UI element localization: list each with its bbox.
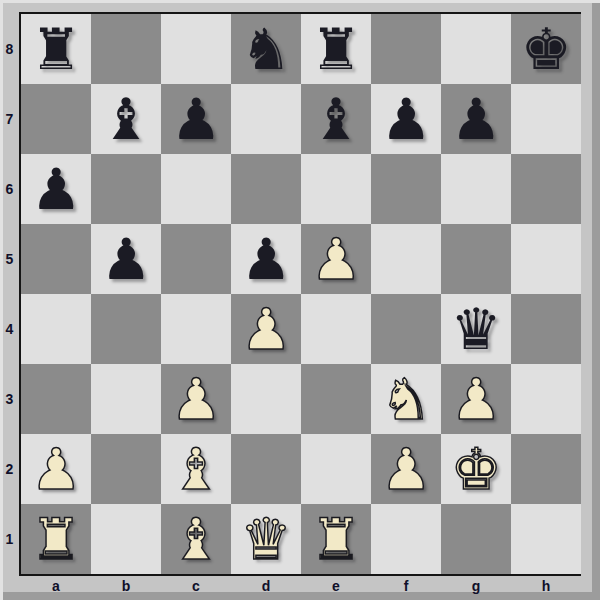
square-d6[interactable] (231, 154, 301, 224)
white-pawn[interactable]: ♟ (240, 294, 291, 364)
square-d3[interactable] (231, 364, 301, 434)
rank-label-6: 6 (0, 154, 19, 224)
square-g7[interactable]: ♟ (441, 84, 511, 154)
square-d7[interactable] (231, 84, 301, 154)
square-b2[interactable] (91, 434, 161, 504)
square-b8[interactable] (91, 14, 161, 84)
black-pawn[interactable]: ♟ (100, 224, 151, 294)
file-label-b: b (91, 576, 161, 596)
file-label-a: a (21, 576, 91, 596)
square-a3[interactable] (21, 364, 91, 434)
square-h3[interactable] (511, 364, 581, 434)
square-d8[interactable]: ♞ (231, 14, 301, 84)
chess-board: ♜♞♜♚♝♟♝♟♟♟♟♟♟♟♛♟♞♟♟♝♟♚♜♝♛♜ (19, 12, 581, 576)
black-rook[interactable]: ♜ (30, 14, 81, 84)
square-g2[interactable]: ♚ (441, 434, 511, 504)
square-e3[interactable] (301, 364, 371, 434)
rank-label-5: 5 (0, 224, 19, 294)
square-g8[interactable] (441, 14, 511, 84)
chess-diagram-frame: 87654321 ♜♞♜♚♝♟♝♟♟♟♟♟♟♟♛♟♞♟♟♝♟♚♜♝♛♜ abcd… (0, 0, 600, 600)
white-pawn[interactable]: ♟ (30, 434, 81, 504)
square-a4[interactable] (21, 294, 91, 364)
square-c1[interactable]: ♝ (161, 504, 231, 574)
square-c3[interactable]: ♟ (161, 364, 231, 434)
file-label-d: d (231, 576, 301, 596)
square-f6[interactable] (371, 154, 441, 224)
square-a1[interactable]: ♜ (21, 504, 91, 574)
square-c5[interactable] (161, 224, 231, 294)
square-a5[interactable] (21, 224, 91, 294)
square-d4[interactable]: ♟ (231, 294, 301, 364)
black-knight[interactable]: ♞ (240, 14, 291, 84)
square-e4[interactable] (301, 294, 371, 364)
white-pawn[interactable]: ♟ (310, 224, 361, 294)
square-f8[interactable] (371, 14, 441, 84)
square-a2[interactable]: ♟ (21, 434, 91, 504)
black-rook[interactable]: ♜ (310, 14, 361, 84)
file-label-f: f (371, 576, 441, 596)
rank-label-3: 3 (0, 364, 19, 434)
rank-label-7: 7 (0, 84, 19, 154)
square-f1[interactable] (371, 504, 441, 574)
square-b7[interactable]: ♝ (91, 84, 161, 154)
square-d1[interactable]: ♛ (231, 504, 301, 574)
square-e1[interactable]: ♜ (301, 504, 371, 574)
white-bishop[interactable]: ♝ (170, 504, 221, 574)
square-a8[interactable]: ♜ (21, 14, 91, 84)
square-h2[interactable] (511, 434, 581, 504)
square-e2[interactable] (301, 434, 371, 504)
square-e5[interactable]: ♟ (301, 224, 371, 294)
black-pawn[interactable]: ♟ (450, 84, 501, 154)
square-g6[interactable] (441, 154, 511, 224)
square-c8[interactable] (161, 14, 231, 84)
square-e8[interactable]: ♜ (301, 14, 371, 84)
square-c4[interactable] (161, 294, 231, 364)
square-d5[interactable]: ♟ (231, 224, 301, 294)
square-d2[interactable] (231, 434, 301, 504)
white-rook[interactable]: ♜ (30, 504, 81, 574)
file-labels: abcdefgh (21, 576, 581, 596)
square-e7[interactable]: ♝ (301, 84, 371, 154)
square-g4[interactable]: ♛ (441, 294, 511, 364)
square-g3[interactable]: ♟ (441, 364, 511, 434)
rank-label-2: 2 (0, 434, 19, 504)
square-h1[interactable] (511, 504, 581, 574)
square-f3[interactable]: ♞ (371, 364, 441, 434)
rank-label-4: 4 (0, 294, 19, 364)
square-b3[interactable] (91, 364, 161, 434)
square-a6[interactable]: ♟ (21, 154, 91, 224)
rank-label-1: 1 (0, 504, 19, 574)
square-h6[interactable] (511, 154, 581, 224)
black-king[interactable]: ♚ (520, 14, 571, 84)
white-knight[interactable]: ♞ (380, 364, 431, 434)
square-f5[interactable] (371, 224, 441, 294)
square-h4[interactable] (511, 294, 581, 364)
square-b4[interactable] (91, 294, 161, 364)
white-rook[interactable]: ♜ (310, 504, 361, 574)
square-b6[interactable] (91, 154, 161, 224)
square-h7[interactable] (511, 84, 581, 154)
square-g5[interactable] (441, 224, 511, 294)
file-label-h: h (511, 576, 581, 596)
square-c6[interactable] (161, 154, 231, 224)
file-label-c: c (161, 576, 231, 596)
black-pawn[interactable]: ♟ (380, 84, 431, 154)
black-pawn[interactable]: ♟ (170, 84, 221, 154)
square-h5[interactable] (511, 224, 581, 294)
square-f7[interactable]: ♟ (371, 84, 441, 154)
square-a7[interactable] (21, 84, 91, 154)
white-bishop[interactable]: ♝ (170, 434, 221, 504)
square-c2[interactable]: ♝ (161, 434, 231, 504)
file-label-e: e (301, 576, 371, 596)
white-pawn[interactable]: ♟ (170, 364, 221, 434)
black-bishop[interactable]: ♝ (310, 84, 361, 154)
square-b5[interactable]: ♟ (91, 224, 161, 294)
square-h8[interactable]: ♚ (511, 14, 581, 84)
white-pawn[interactable]: ♟ (380, 434, 431, 504)
file-label-g: g (441, 576, 511, 596)
square-f2[interactable]: ♟ (371, 434, 441, 504)
black-queen[interactable]: ♛ (450, 294, 501, 364)
white-queen[interactable]: ♛ (240, 504, 291, 574)
black-pawn[interactable]: ♟ (240, 224, 291, 294)
square-f4[interactable] (371, 294, 441, 364)
square-e6[interactable] (301, 154, 371, 224)
square-c7[interactable]: ♟ (161, 84, 231, 154)
square-b1[interactable] (91, 504, 161, 574)
rank-labels: 87654321 (0, 14, 19, 574)
square-g1[interactable] (441, 504, 511, 574)
black-bishop[interactable]: ♝ (100, 84, 151, 154)
black-pawn[interactable]: ♟ (30, 154, 81, 224)
white-pawn[interactable]: ♟ (450, 364, 501, 434)
white-king[interactable]: ♚ (450, 434, 501, 504)
rank-label-8: 8 (0, 14, 19, 84)
